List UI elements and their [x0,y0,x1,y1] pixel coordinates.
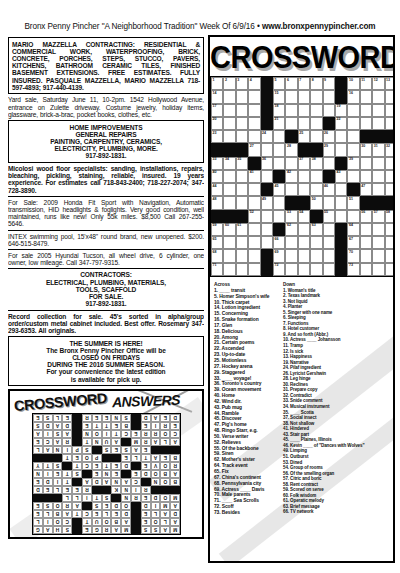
black-cell [223,143,235,156]
puzzle-cell-r11c8: 54 [298,210,310,223]
solution-letter-r11c7: E [111,446,121,454]
solution-black-cell [111,454,121,462]
solution-letter-r4c11: A [72,502,82,510]
cell-number-42: 42 [287,170,291,174]
solution-letter-r11c12: I [62,446,72,454]
solution-black-cell [91,446,101,454]
solution-letter-r3c8: L [101,510,111,518]
puzzle-cell-r13c4 [248,236,260,249]
cell-number-62: 62 [287,223,291,227]
black-cell [248,157,260,170]
cell-number-7: 7 [299,78,301,82]
ad-record-collection: Record collection for sale. 45's sorted … [8,313,204,335]
solution-letter-r2c15: L [33,518,43,526]
puzzle-cell-r8c3 [236,170,248,183]
solution-letter-r4c1: A [170,502,180,510]
header-text: Bronx Penny Pincher "A Neighborhood Trad… [24,22,261,31]
puzzle-cell-r15c6: 72 [273,263,285,276]
classifieds-and-answers-column: MARIO MAZZELLA CONTRACTING: RESIDENTIAL … [8,35,204,563]
puzzle-cell-r12c13 [360,223,372,236]
clue-73: 73. Besides [214,510,278,516]
puzzle-cell-r4c8 [298,117,310,130]
puzzle-cell-r15c12: 73 [347,263,359,276]
puzzle-cell-r10c11 [335,196,347,209]
solution-letter-r4c7: D [111,502,121,510]
puzzle-cell-r5c12 [347,130,359,143]
solution-letter-r8c11: S [72,470,82,478]
solution-letter-r9c2: O [160,462,170,470]
solution-letter-r14c6: B [121,422,131,430]
puzzle-cell-r6c5 [261,143,273,156]
puzzle-cell-r4c13 [360,117,372,130]
solution-letter-r13c5: E [131,430,141,438]
puzzle-cell-r8c1: 40 [211,170,223,183]
cell-number-51: 51 [349,197,353,201]
cell-number-17: 17 [213,104,217,108]
cell-number-23: 23 [213,131,217,135]
black-cell [261,104,273,117]
across-clue-list: Across 1. ____ transit5. Homer Simpson's… [214,282,278,516]
solution-letter-r2c3: O [150,518,160,526]
black-cell [335,90,347,103]
puzzle-cell-r8c13 [360,170,372,183]
puzzle-cell-r11c11 [335,210,347,223]
solution-letter-r8c1: A [170,470,180,478]
puzzle-cell-r5c10: 26 [323,130,335,143]
solution-letter-r8c2: B [160,470,170,478]
black-cell [335,236,347,249]
puzzle-cell-r12c9: 63 [310,223,322,236]
solution-letter-r15c6: S [121,414,131,422]
black-cell [273,223,285,236]
solution-letter-r2c12: C [62,518,72,526]
cell-number-26: 26 [324,131,328,135]
solution-black-cell [33,454,43,462]
puzzle-cell-r12c14 [372,223,384,236]
ad-mario-mazzella: MARIO MAZZELLA CONTRACTING: RESIDENTIAL … [8,37,204,94]
ad-line: DURING THE 2016 SUMMER SEASON. [12,361,200,368]
solution-letter-r13c1: C [170,430,180,438]
solution-letter-r5c6: N [121,494,131,502]
solution-black-cell [42,454,52,462]
puzzle-cell-r3c8 [298,104,310,117]
solution-letter-r4c15: E [33,502,43,510]
solution-letter-r14c1: E [170,422,180,430]
puzzle-cell-r12c5 [261,223,273,236]
cell-number-30: 30 [361,144,365,148]
ad-contractors: CONTRACTORS:ELECTRICAL, PLUMBING, MATERI… [8,271,204,307]
puzzle-cell-r1c10: 9 [323,77,335,90]
ad-home-improvements: HOME IMPROVEMENTSGENERAL REPAIRSPAINTING… [8,120,204,163]
puzzle-cell-r13c8 [298,236,310,249]
ad-line: For your convenience the latest edition [12,368,200,375]
black-cell [335,77,347,90]
black-cell [372,196,384,209]
answers-title-answers: ANSWERS [112,392,181,410]
solution-grid-rotated-180: MASSMARGESHAGALOEABOUTCOILDALEDELECTABLE… [32,413,181,535]
solution-black-cell [170,486,180,494]
solution-letter-r9c1: R [170,462,180,470]
puzzle-cell-r10c1: 48 [211,196,223,209]
solution-letter-r3c2: A [160,510,170,518]
solution-letter-r3c12: A [62,510,72,518]
cell-number-19: 19 [336,104,340,108]
puzzle-cell-r11c10: 55 [323,210,335,223]
solution-letter-r10c6: E [121,454,131,462]
puzzle-cell-r12c8 [298,223,310,236]
divider-rule [8,249,204,250]
puzzle-cell-r3c11: 19 [335,104,347,117]
puzzle-cell-r9c8 [298,183,310,196]
divider-rule [8,230,204,231]
puzzle-cell-r9c15 [385,183,395,196]
solution-letter-r13c15: A [33,430,43,438]
crossword-title: CROSSWORD [210,37,393,76]
solution-black-cell [121,470,131,478]
puzzle-cell-r14c14 [372,249,384,262]
cell-number-67: 67 [349,237,353,241]
solution-letter-r2c9: U [91,518,101,526]
solution-letter-r12c15: E [33,438,43,446]
solution-letter-r5c1: M [170,494,180,502]
solution-letter-r14c7: E [111,422,121,430]
puzzle-cell-r13c14 [372,236,384,249]
puzzle-cell-r10c10 [323,196,335,209]
puzzle-cell-r12c2: 60 [223,223,235,236]
solution-letter-r7c15: E [33,478,43,486]
solution-letter-r9c3: V [150,462,160,470]
puzzle-cell-r7c14 [372,157,384,170]
puzzle-cell-r7c6 [273,157,285,170]
solution-letter-r12c14: C [42,438,52,446]
puzzle-cell-r9c11 [335,183,347,196]
puzzle-cell-r13c13 [360,236,372,249]
cell-number-69: 69 [274,250,278,254]
black-cell [223,210,235,223]
puzzle-cell-r1c1: 1 [211,77,223,90]
puzzle-cell-r13c12: 67 [347,236,359,249]
cell-number-54: 54 [299,210,303,214]
puzzle-cell-r3c9 [310,104,322,117]
ad-line: THE SUMMER IS HERE! [12,340,200,347]
cell-number-32: 32 [386,144,390,148]
solution-letter-r4c2: M [160,502,170,510]
solution-letter-r9c11: T [72,462,82,470]
puzzle-cell-r15c14 [372,263,384,276]
black-cell [335,263,347,276]
puzzle-cell-r1c15: 13 [385,77,395,90]
solution-letter-r13c13: S [52,430,62,438]
answers-title-crossword: CROSSWORD [13,390,107,414]
ad-micolosi-floors: Micolosi wood floor specialists: sanding… [8,165,204,194]
solution-letter-r4c8: E [101,502,111,510]
solution-letter-r1c14: A [42,526,52,534]
solution-letter-r4c4: D [140,502,150,510]
puzzle-cell-r11c6 [273,210,285,223]
puzzle-cell-r8c9 [310,170,322,183]
solution-letter-r2c2: L [160,518,170,526]
solution-black-cell [140,478,150,486]
puzzle-cell-r3c1: 17 [211,104,223,117]
solution-letter-r13c3: R [150,430,160,438]
puzzle-cell-r13c7 [285,236,297,249]
black-cell [347,183,359,196]
solution-letter-r13c14: I [42,430,52,438]
puzzle-cell-r3c12 [347,104,359,117]
solution-letter-r10c2: E [160,454,170,462]
black-cell [360,130,372,143]
solution-letter-r3c11: T [72,510,82,518]
puzzle-cell-r1c4: 4 [248,77,260,90]
puzzle-cell-r9c9 [310,183,322,196]
cell-number-24: 24 [262,131,266,135]
solution-letter-r15c13: L [52,414,62,422]
solution-letter-r14c14: D [42,422,52,430]
solution-letter-r2c6: A [121,518,131,526]
solution-black-cell [72,430,82,438]
black-cell [261,249,273,262]
puzzle-cell-r6c12 [347,143,359,156]
puzzle-cell-r11c4: 52 [248,210,260,223]
puzzle-cell-r15c9 [310,263,322,276]
crossword-grid: 1234567891011121314151617181920212223242… [210,76,395,277]
puzzle-cell-r12c3: 61 [236,223,248,236]
puzzle-cell-r8c7: 42 [285,170,297,183]
puzzle-cell-r7c5: 36 [261,157,273,170]
solution-letter-r1c1: M [170,526,180,534]
solution-letter-r14c10: E [82,422,92,430]
cell-number-31: 31 [374,144,378,148]
solution-black-cell [91,486,101,494]
puzzle-cell-r12c7: 62 [285,223,297,236]
ad-line: 917-892-1831. [8,300,204,307]
solution-black-cell [160,486,170,494]
puzzle-cell-r10c3 [236,196,248,209]
divider-rule [8,196,204,197]
puzzle-cell-r13c1: 65 [211,236,223,249]
puzzle-cell-r3c14 [372,104,384,117]
ad-summer-notice: THE SUMMER IS HERE!The Bronx Penny Pinch… [8,336,204,386]
puzzle-cell-r2c9 [310,90,322,103]
cell-number-52: 52 [250,210,254,214]
solution-letter-r7c2: O [160,478,170,486]
solution-letter-r8c12: T [62,470,72,478]
puzzle-cell-r4c14 [372,117,384,130]
solution-black-cell [101,486,111,494]
cell-number-16: 16 [349,91,353,95]
cell-number-50: 50 [312,197,316,201]
solution-black-cell [72,438,82,446]
black-cell [285,196,297,209]
puzzle-cell-r2c10 [323,90,335,103]
puzzle-cell-r8c4: 41 [248,170,260,183]
solution-black-cell [52,454,62,462]
solution-letter-r2c14: I [42,518,52,526]
solution-letter-r11c10: S [82,446,92,454]
puzzle-cell-r9c13: 47 [360,183,372,196]
solution-letter-r9c15: Y [33,462,43,470]
solution-letter-r14c4: E [140,422,150,430]
solution-letter-r13c10: N [82,430,92,438]
cell-number-11: 11 [361,78,365,82]
newspaper-page: Bronx Penny Pincher "A Neighborhood Trad… [0,0,400,573]
black-cell [385,130,395,143]
puzzle-cell-r3c3 [236,104,248,117]
puzzle-cell-r9c7 [285,183,297,196]
solution-letter-r13c2: O [160,430,170,438]
cell-number-28: 28 [287,144,291,148]
solution-letter-r5c5: R [131,494,141,502]
page-header: Bronx Penny Pincher "A Neighborhood Trad… [0,22,400,31]
solution-letter-r5c10: I [82,494,92,502]
solution-black-cell [131,526,141,534]
puzzle-cell-r8c14 [372,170,384,183]
solution-black-cell [150,446,160,454]
solution-letter-r11c6: S [121,446,131,454]
puzzle-cell-r10c6 [273,196,285,209]
cell-number-70: 70 [349,250,353,254]
puzzle-cell-r6c7: 28 [285,143,297,156]
puzzle-cell-r8c8 [298,170,310,183]
black-cell [261,117,273,130]
solution-letter-r13c6: C [121,430,131,438]
solution-letter-r4c6: O [121,502,131,510]
puzzle-cell-r6c13: 30 [360,143,372,156]
solution-letter-r15c8: E [101,414,111,422]
puzzle-cell-r7c7 [285,157,297,170]
puzzle-cell-r9c2 [223,183,235,196]
cell-number-6: 6 [287,78,289,82]
puzzle-cell-r13c2 [223,236,235,249]
cell-number-66: 66 [274,237,278,241]
solution-letter-r6c13: L [52,486,62,494]
ad-line: is available for pick up. [12,376,200,383]
solution-letter-r12c9: N [91,438,101,446]
solution-letter-r11c14: A [42,446,52,454]
solution-letter-r1c8: R [101,526,111,534]
solution-letter-r9c6: D [121,462,131,470]
puzzle-cell-r2c14 [372,90,384,103]
black-cell [385,196,395,209]
black-cell [298,196,310,209]
solution-letter-r6c11: E [72,486,82,494]
puzzle-cell-r7c8: 37 [298,157,310,170]
puzzle-cell-r7c9: 38 [310,157,322,170]
puzzle-cell-r13c3 [236,236,248,249]
puzzle-cell-r13c10 [323,236,335,249]
solution-letter-r2c8: O [101,518,111,526]
solution-letter-r1c2: A [160,526,170,534]
black-cell [335,249,347,262]
solution-letter-r15c2: E [160,414,170,422]
cell-number-3: 3 [237,78,239,82]
ad-yard-sale: Yard sale, Saturday June 11, 10-2pm. 154… [8,96,204,118]
puzzle-cell-r2c7 [285,90,297,103]
clue-lists: Across 1. ____ transit5. Homer Simpson's… [210,281,393,516]
solution-letter-r6c7: K [111,486,121,494]
puzzle-cell-r1c12: 10 [347,77,359,90]
solution-black-cell [82,502,92,510]
puzzle-cell-r1c7: 6 [285,77,297,90]
solution-letter-r1c4: S [140,526,150,534]
solution-letter-r8c3: O [150,470,160,478]
solution-black-cell [72,478,82,486]
solution-letter-r10c5: L [131,454,141,462]
solution-letter-r2c1: A [170,518,180,526]
puzzle-cell-r15c8 [298,263,310,276]
cell-number-5: 5 [274,78,276,82]
solution-letter-r11c5: A [131,446,141,454]
solution-letter-r1c3: S [150,526,160,534]
puzzle-cell-r10c12: 51 [347,196,359,209]
puzzle-cell-r1c14: 12 [372,77,384,90]
black-cell [261,90,273,103]
cell-number-56: 56 [361,210,365,214]
puzzle-cell-r12c12: 64 [347,223,359,236]
solution-letter-r2c13: O [52,518,62,526]
solution-letter-r10c9: P [91,454,101,462]
puzzle-cell-r14c10 [323,249,335,262]
puzzle-cell-r14c8 [298,249,310,262]
solution-letter-r6c6: N [121,486,131,494]
cell-number-8: 8 [312,78,314,82]
cell-number-14: 14 [213,91,217,95]
solution-letter-r1c7: A [111,526,121,534]
ad-line: CONTRACTORS: [8,271,204,278]
cell-number-72: 72 [274,263,278,267]
solution-letter-r1c6: M [121,526,131,534]
solution-letter-r13c7: T [111,430,121,438]
puzzle-cell-r1c2: 2 [223,77,235,90]
solution-letter-r15c9: E [91,414,101,422]
solution-letter-r7c9: D [91,478,101,486]
cell-number-13: 13 [386,78,390,82]
puzzle-cell-r2c8 [298,90,310,103]
solution-black-cell [72,422,82,430]
puzzle-cell-r14c3 [236,249,248,262]
puzzle-cell-r6c10: 29 [323,143,335,156]
solution-letter-r7c13: I [52,478,62,486]
puzzle-cell-r4c15 [385,117,395,130]
solution-letter-r7c14: D [42,478,52,486]
puzzle-cell-r4c1: 20 [211,117,223,130]
solution-letter-r9c13: S [52,462,62,470]
solution-letter-r15c15: E [33,414,43,422]
solution-black-cell [72,414,82,422]
cell-number-22: 22 [336,117,340,121]
ad-line: 917-892-1831. [12,152,200,159]
crossword-answers-box: CROSSWORD ANSWERS MASSMARGESHAGALOEABOUT… [8,389,204,539]
ad-line: CLOSED ON FRIDAYS [12,354,200,361]
cell-number-27: 27 [250,144,254,148]
cell-number-48: 48 [213,197,217,201]
cell-number-55: 55 [324,210,328,214]
solution-letter-r1c12: S [62,526,72,534]
puzzle-cell-r14c1: 68 [211,249,223,262]
solution-black-cell [52,494,62,502]
solution-letter-r9c9: E [91,462,101,470]
solution-black-cell [131,422,141,430]
cell-number-12: 12 [374,78,378,82]
solution-letter-r5c8: S [101,494,111,502]
solution-letter-r15c12: E [62,414,72,422]
solution-black-cell [131,502,141,510]
puzzle-cell-r4c12 [347,117,359,130]
puzzle-cell-r3c4 [248,104,260,117]
solution-letter-r8c5: E [131,470,141,478]
solution-letter-r3c14: L [42,510,52,518]
solution-letter-r8c13: E [52,470,62,478]
